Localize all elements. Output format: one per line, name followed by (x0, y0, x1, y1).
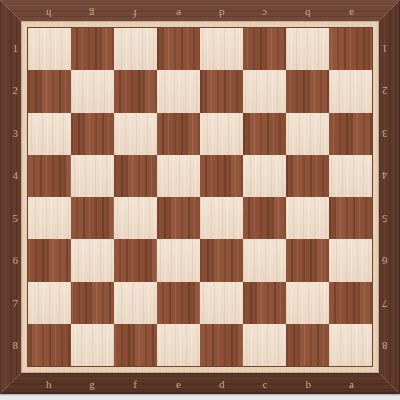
square-e8[interactable] (157, 324, 200, 366)
square-a6[interactable] (329, 239, 372, 281)
square-e6[interactable] (157, 239, 200, 281)
square-b4[interactable] (286, 155, 329, 197)
square-d6[interactable] (200, 239, 243, 281)
square-d5[interactable] (200, 197, 243, 239)
square-b3[interactable] (286, 113, 329, 155)
square-c7[interactable] (243, 282, 286, 324)
square-d2[interactable] (200, 70, 243, 112)
square-f4[interactable] (114, 155, 157, 197)
square-f7[interactable] (114, 282, 157, 324)
square-g3[interactable] (71, 113, 114, 155)
square-g4[interactable] (71, 155, 114, 197)
square-c8[interactable] (243, 324, 286, 366)
square-b1[interactable] (286, 28, 329, 70)
squares-grid (27, 27, 373, 367)
frame-bottom (0, 373, 400, 394)
square-c1[interactable] (243, 28, 286, 70)
square-h6[interactable] (28, 239, 71, 281)
square-h2[interactable] (28, 70, 71, 112)
square-e4[interactable] (157, 155, 200, 197)
square-c2[interactable] (243, 70, 286, 112)
square-e2[interactable] (157, 70, 200, 112)
square-h5[interactable] (28, 197, 71, 239)
square-h3[interactable] (28, 113, 71, 155)
square-g7[interactable] (71, 282, 114, 324)
square-b8[interactable] (286, 324, 329, 366)
square-g8[interactable] (71, 324, 114, 366)
frame-right (379, 0, 400, 394)
square-h1[interactable] (28, 28, 71, 70)
square-e1[interactable] (157, 28, 200, 70)
frame-top (0, 0, 400, 21)
square-c3[interactable] (243, 113, 286, 155)
square-g5[interactable] (71, 197, 114, 239)
square-a5[interactable] (329, 197, 372, 239)
square-c4[interactable] (243, 155, 286, 197)
square-b5[interactable] (286, 197, 329, 239)
square-f8[interactable] (114, 324, 157, 366)
frame-left (0, 0, 21, 394)
square-g2[interactable] (71, 70, 114, 112)
square-d1[interactable] (200, 28, 243, 70)
square-e7[interactable] (157, 282, 200, 324)
square-g6[interactable] (71, 239, 114, 281)
square-e5[interactable] (157, 197, 200, 239)
square-b7[interactable] (286, 282, 329, 324)
square-a2[interactable] (329, 70, 372, 112)
square-a7[interactable] (329, 282, 372, 324)
chessboard: h g f e d c b a h g f e d c b a 1 2 3 4 … (0, 0, 400, 394)
square-f3[interactable] (114, 113, 157, 155)
square-f5[interactable] (114, 197, 157, 239)
square-f1[interactable] (114, 28, 157, 70)
square-g1[interactable] (71, 28, 114, 70)
square-f6[interactable] (114, 239, 157, 281)
square-a4[interactable] (329, 155, 372, 197)
square-a3[interactable] (329, 113, 372, 155)
square-h7[interactable] (28, 282, 71, 324)
square-a8[interactable] (329, 324, 372, 366)
square-a1[interactable] (329, 28, 372, 70)
square-d3[interactable] (200, 113, 243, 155)
square-f2[interactable] (114, 70, 157, 112)
square-h4[interactable] (28, 155, 71, 197)
square-e3[interactable] (157, 113, 200, 155)
square-c6[interactable] (243, 239, 286, 281)
square-b2[interactable] (286, 70, 329, 112)
square-h8[interactable] (28, 324, 71, 366)
board-drop-shadow (0, 394, 400, 396)
square-c5[interactable] (243, 197, 286, 239)
square-d7[interactable] (200, 282, 243, 324)
square-d8[interactable] (200, 324, 243, 366)
square-b6[interactable] (286, 239, 329, 281)
board-photo: h g f e d c b a h g f e d c b a 1 2 3 4 … (0, 0, 400, 400)
square-d4[interactable] (200, 155, 243, 197)
